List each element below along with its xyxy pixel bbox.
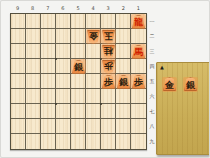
piece-kanji: 金 [165,81,174,90]
board-square-4-3[interactable] [86,44,101,59]
piece-kanji: 歩 [134,78,143,87]
board-square-4-7[interactable] [86,104,101,119]
board-square-3-9[interactable] [101,134,116,149]
board-square-2-2[interactable] [116,29,131,44]
board-square-2-3[interactable] [116,44,131,59]
file-label-3: 3 [101,4,116,12]
board-square-4-6[interactable] [86,89,101,104]
board-square-3-7[interactable] [101,104,116,119]
hoshi-dot [55,103,57,105]
piece-kanji: 馬 [134,48,143,57]
board-square-3-1[interactable] [101,14,116,29]
file-label-1: 1 [131,4,146,12]
rank-label-3: 三 [148,43,156,58]
board-square-2-1[interactable] [116,14,131,29]
board-square-5-1[interactable] [71,14,86,29]
rank-labels: 一二三四五六七八九 [148,13,156,148]
board-square-8-5[interactable] [26,74,41,89]
file-label-6: 6 [55,4,70,12]
board-square-5-6[interactable] [71,89,86,104]
board-square-8-4[interactable] [26,59,41,74]
board-square-2-6[interactable] [116,89,131,104]
file-label-5: 5 [70,4,85,12]
piece-kanji: 銀 [74,63,83,72]
board-square-8-2[interactable] [26,29,41,44]
board-square-9-6[interactable] [11,89,26,104]
board-square-7-8[interactable] [41,119,56,134]
board-square-1-9[interactable] [131,134,146,149]
piece-kanji: 玉 [104,31,113,40]
piece-kanji: 銀 [119,78,128,87]
board-square-7-5[interactable] [41,74,56,89]
rank-label-7: 七 [148,103,156,118]
board-square-9-5[interactable] [11,74,26,89]
board-square-6-1[interactable] [56,14,71,29]
board-square-7-3[interactable] [41,44,56,59]
piece-kanji: 歩 [104,61,113,70]
hoshi-dot [55,58,57,60]
board-square-8-3[interactable] [26,44,41,59]
board-square-5-3[interactable] [71,44,86,59]
board-square-9-8[interactable] [11,119,26,134]
board-square-4-9[interactable] [86,134,101,149]
rank-label-1: 一 [148,13,156,28]
board-square-9-3[interactable] [11,44,26,59]
file-label-7: 7 [40,4,55,12]
board-square-3-6[interactable] [101,89,116,104]
board-square-8-7[interactable] [26,104,41,119]
board-square-9-1[interactable] [11,14,26,29]
file-label-2: 2 [116,4,131,12]
rank-label-2: 二 [148,28,156,43]
board-square-5-5[interactable] [71,74,86,89]
shogi-board[interactable]: 龍金玉桂馬銀歩歩銀歩 [10,13,147,150]
board-square-2-7[interactable] [116,104,131,119]
board-square-2-4[interactable] [116,59,131,74]
file-label-8: 8 [25,4,40,12]
board-square-8-6[interactable] [26,89,41,104]
komadai-sente: ▲ 金銀 [156,62,210,155]
board-square-7-9[interactable] [41,134,56,149]
board-square-1-2[interactable] [131,29,146,44]
board-square-5-9[interactable] [71,134,86,149]
board-square-8-9[interactable] [26,134,41,149]
board-square-6-7[interactable] [56,104,71,119]
board-square-6-9[interactable] [56,134,71,149]
board-square-6-2[interactable] [56,29,71,44]
board-square-7-1[interactable] [41,14,56,29]
sente-marker-icon: ▲ [160,64,164,70]
shogi-diagram: 987654321 龍金玉桂馬銀歩歩銀歩 一二三四五六七八九 ▲ 金銀 [0,0,210,158]
file-label-9: 9 [10,4,25,12]
board-square-3-8[interactable] [101,119,116,134]
piece-kanji: 銀 [186,81,195,90]
board-square-5-8[interactable] [71,119,86,134]
board-square-4-5[interactable] [86,74,101,89]
board-square-4-4[interactable] [86,59,101,74]
board-square-6-3[interactable] [56,44,71,59]
board-square-8-8[interactable] [26,119,41,134]
board-square-4-1[interactable] [86,14,101,29]
board-square-2-9[interactable] [116,134,131,149]
board-square-6-8[interactable] [56,119,71,134]
board-square-6-6[interactable] [56,89,71,104]
board-square-1-6[interactable] [131,89,146,104]
rank-label-8: 八 [148,118,156,133]
board-square-1-4[interactable] [131,59,146,74]
board-square-5-7[interactable] [71,104,86,119]
piece-kanji: 桂 [104,46,113,55]
board-square-4-8[interactable] [86,119,101,134]
rank-label-4: 四 [148,58,156,73]
board-square-7-7[interactable] [41,104,56,119]
rank-label-5: 五 [148,73,156,88]
board-square-1-8[interactable] [131,119,146,134]
file-labels: 987654321 [10,4,146,12]
file-label-4: 4 [86,4,101,12]
board-square-9-9[interactable] [11,134,26,149]
board-square-9-4[interactable] [11,59,26,74]
board-square-5-2[interactable] [71,29,86,44]
board-square-9-7[interactable] [11,104,26,119]
board-square-2-8[interactable] [116,119,131,134]
board-square-6-5[interactable] [56,74,71,89]
board-square-7-2[interactable] [41,29,56,44]
hoshi-dot [100,103,102,105]
board-square-1-7[interactable] [131,104,146,119]
rank-label-6: 六 [148,88,156,103]
board-square-9-2[interactable] [11,29,26,44]
board-square-7-4[interactable] [41,59,56,74]
board-square-7-6[interactable] [41,89,56,104]
piece-kanji: 金 [89,31,98,40]
rank-label-9: 九 [148,133,156,148]
piece-kanji: 歩 [104,78,113,87]
piece-kanji: 龍 [134,18,143,27]
board-square-6-4[interactable] [56,59,71,74]
board-square-8-1[interactable] [26,14,41,29]
